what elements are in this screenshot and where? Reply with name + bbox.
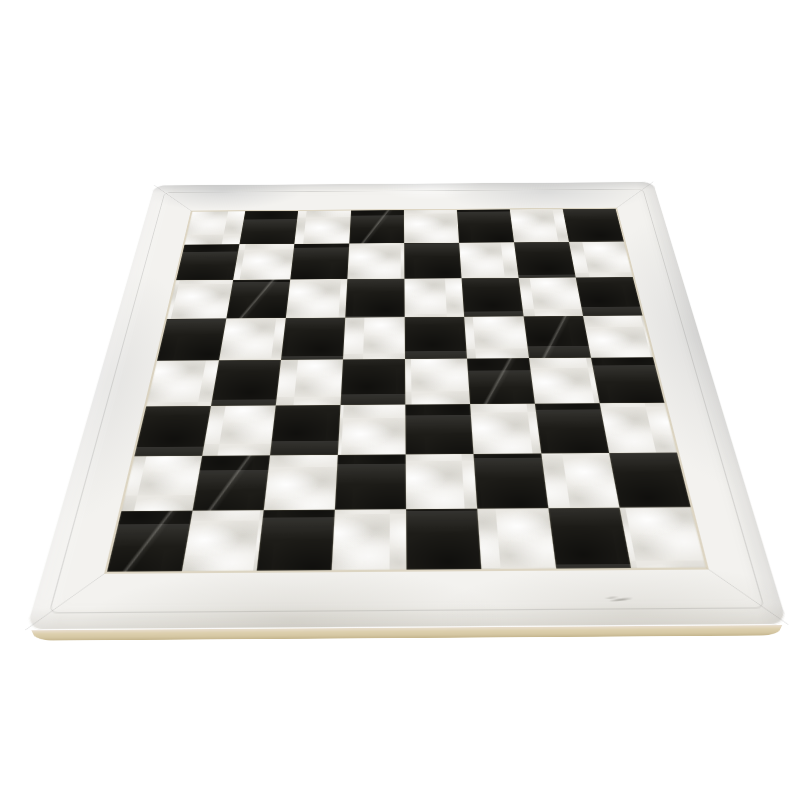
square-f5 <box>464 316 529 358</box>
square-h7 <box>569 242 633 278</box>
square-b1 <box>182 510 264 571</box>
square-h8 <box>563 209 624 242</box>
square-a8 <box>185 211 246 244</box>
square-d2 <box>335 454 406 509</box>
square-e3 <box>405 404 473 454</box>
square-b2 <box>193 455 270 510</box>
frame-miter-top-right <box>609 182 662 209</box>
square-f1 <box>477 508 556 569</box>
square-b6 <box>226 279 290 318</box>
square-a2 <box>121 456 202 511</box>
square-h1 <box>620 507 706 568</box>
square-g7 <box>514 242 576 278</box>
square-c2 <box>264 455 338 510</box>
square-e5 <box>405 317 467 359</box>
frame-miter-bottom-right <box>706 567 789 625</box>
square-c7 <box>290 243 349 279</box>
square-g5 <box>524 316 591 358</box>
square-b7 <box>233 244 294 280</box>
square-h2 <box>609 453 691 508</box>
square-a5 <box>157 318 226 360</box>
square-a7 <box>176 244 239 280</box>
square-h6 <box>576 277 643 316</box>
square-e2 <box>406 454 478 509</box>
square-g6 <box>519 277 583 316</box>
square-e6 <box>404 278 464 317</box>
square-d7 <box>347 243 404 279</box>
square-c3 <box>270 405 341 455</box>
square-f8 <box>457 209 514 242</box>
square-d8 <box>349 210 404 243</box>
square-b3 <box>202 405 276 455</box>
marble-chessboard <box>25 182 789 631</box>
square-e1 <box>406 509 481 570</box>
square-h4 <box>591 357 664 403</box>
frame-miter-bottom-left <box>25 572 107 631</box>
square-g2 <box>541 453 619 508</box>
board-grid <box>107 209 706 572</box>
square-d5 <box>343 317 405 359</box>
square-f4 <box>467 358 535 404</box>
square-e8 <box>404 210 459 243</box>
square-d4 <box>341 359 406 405</box>
board-scene <box>0 0 800 800</box>
square-g1 <box>548 508 631 569</box>
square-d1 <box>332 509 407 570</box>
square-c4 <box>276 359 343 405</box>
frame-miter-top-left <box>146 185 198 212</box>
square-b5 <box>219 318 286 360</box>
square-a3 <box>134 406 211 456</box>
square-h5 <box>583 316 653 358</box>
square-a4 <box>146 360 219 406</box>
square-c6 <box>286 279 348 318</box>
square-g3 <box>535 403 609 453</box>
square-f6 <box>462 278 524 317</box>
square-h3 <box>600 403 677 453</box>
square-a6 <box>167 280 233 319</box>
square-c8 <box>294 211 351 244</box>
square-f3 <box>470 404 541 454</box>
square-a1 <box>107 511 193 572</box>
square-b8 <box>239 211 298 244</box>
square-f2 <box>473 453 548 508</box>
square-d6 <box>345 279 404 318</box>
square-e7 <box>404 243 461 279</box>
square-c1 <box>257 510 335 571</box>
square-f7 <box>459 242 519 278</box>
square-b4 <box>211 360 281 406</box>
square-e4 <box>405 359 470 405</box>
square-g4 <box>529 358 600 404</box>
square-g8 <box>510 209 569 242</box>
board-frame <box>25 182 789 631</box>
marble-vein-mark <box>600 592 642 606</box>
square-d3 <box>338 405 406 455</box>
square-c5 <box>281 318 345 360</box>
